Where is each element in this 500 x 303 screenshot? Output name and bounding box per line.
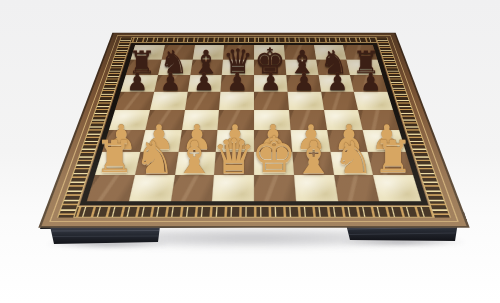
- piece-natural-rook-h2[interactable]: ♜: [373, 136, 412, 180]
- piece-brown-pawn-d6[interactable]: ♟: [227, 70, 249, 94]
- piece-natural-knight-b2[interactable]: ♞: [134, 135, 174, 180]
- piece-brown-pawn-e6[interactable]: ♟: [260, 70, 282, 94]
- piece-brown-pawn-c6[interactable]: ♟: [193, 70, 215, 94]
- piece-brown-pawn-g6[interactable]: ♟: [327, 70, 349, 94]
- piece-brown-pawn-b6[interactable]: ♟: [160, 70, 182, 94]
- inlay-border-bottom: [57, 206, 451, 217]
- piece-brown-pawn-f6[interactable]: ♟: [293, 70, 315, 94]
- piece-natural-bishop-c2[interactable]: ♝: [174, 135, 214, 180]
- piece-natural-knight-g2[interactable]: ♞: [333, 135, 373, 180]
- piece-natural-rook-a2[interactable]: ♜: [95, 136, 134, 180]
- piece-natural-queen-d2[interactable]: ♛: [213, 132, 256, 180]
- piece-brown-pawn-h6[interactable]: ♟: [360, 70, 382, 94]
- piece-natural-bishop-f2[interactable]: ♝: [294, 135, 334, 180]
- piece-natural-king-e2[interactable]: ♚: [251, 130, 296, 180]
- board-foot-left: [50, 226, 160, 244]
- product-photo-scene: ♜♞♝♛♚♝♞♜♟♟♟♟♟♟♟♟♟♟♟♟♟♟♟♟♜♞♝♛♚♝♞♜: [0, 0, 500, 303]
- piece-brown-pawn-a6[interactable]: ♟: [127, 70, 149, 94]
